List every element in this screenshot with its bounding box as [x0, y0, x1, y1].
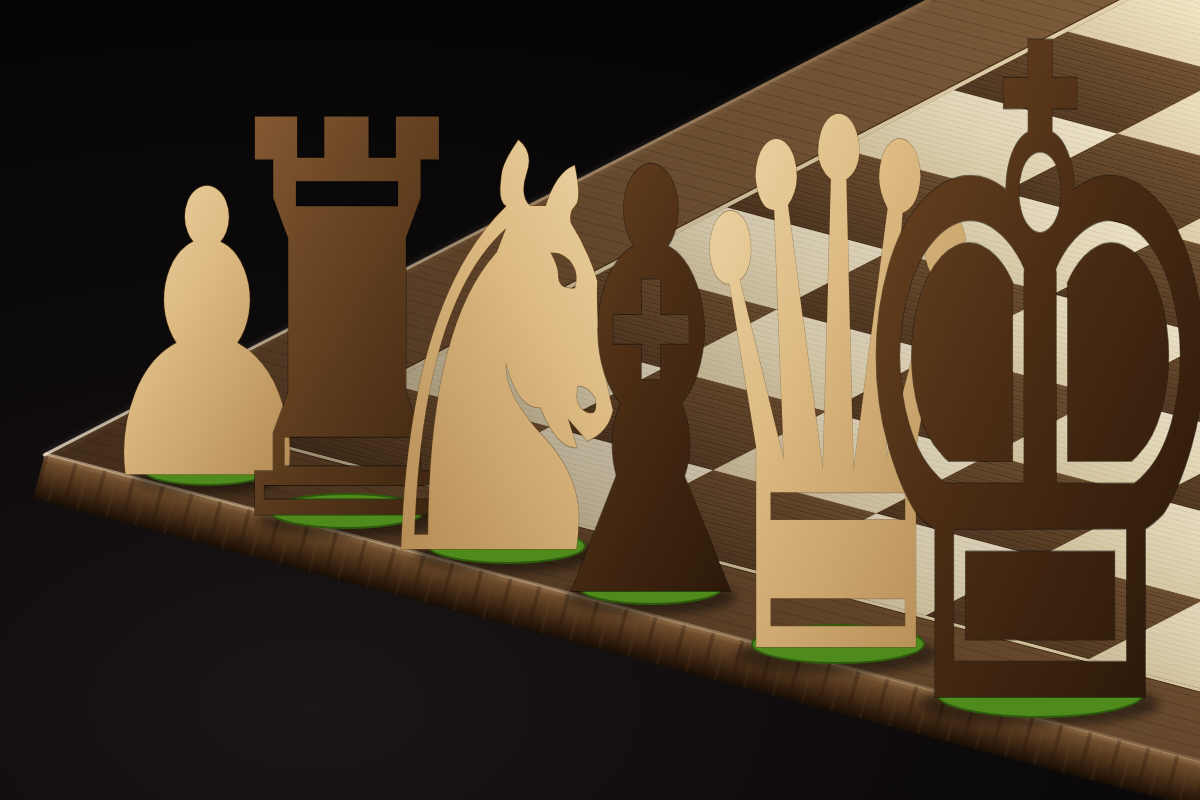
pieces-layer: ♟ ♜ ♞ ♝ ♛ ♚ [0, 0, 1200, 800]
scene: ♟ ♜ ♞ ♝ ♛ ♚ [0, 0, 1200, 800]
piece-black-king[interactable]: ♚ [830, 0, 1200, 800]
king-glyph: ♚ [830, 0, 1200, 800]
